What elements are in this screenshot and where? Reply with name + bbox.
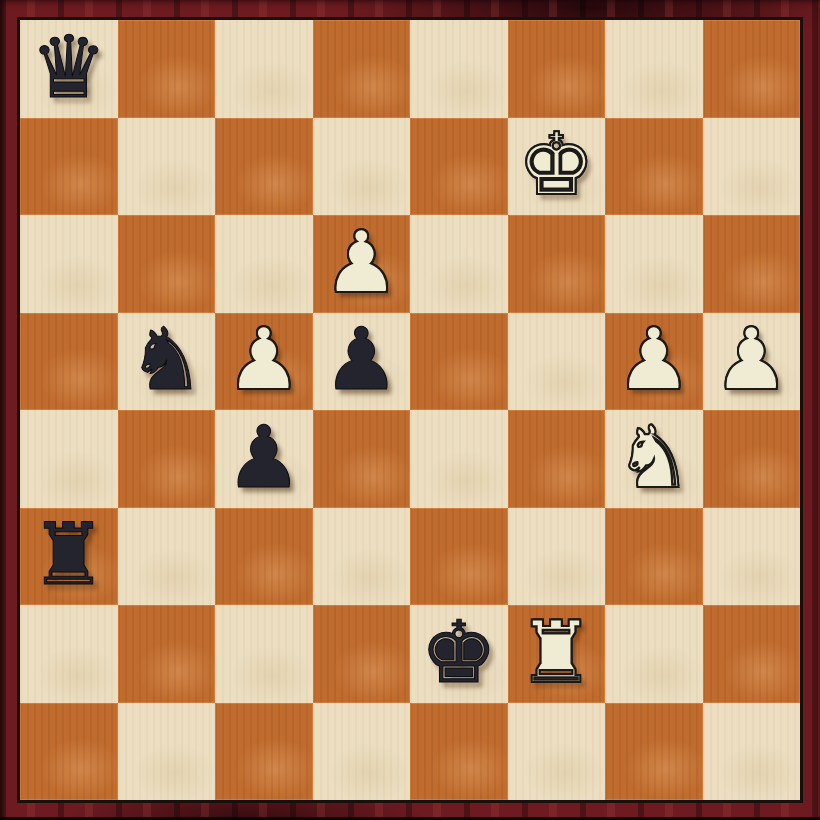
square-d3[interactable] [313,508,411,606]
square-b5[interactable]: ♞ [118,313,216,411]
square-b7[interactable] [118,118,216,216]
square-f5[interactable] [508,313,606,411]
black-rook[interactable]: ♜ [30,511,107,597]
black-queen[interactable]: ♛ [30,24,107,110]
square-e2[interactable]: ♚ [410,605,508,703]
square-e6[interactable] [410,215,508,313]
square-d7[interactable] [313,118,411,216]
black-pawn[interactable]: ♟ [323,316,400,402]
square-g6[interactable] [605,215,703,313]
square-d6[interactable]: ♟ [313,215,411,313]
square-g8[interactable] [605,20,703,118]
square-f7[interactable]: ♚ [508,118,606,216]
square-h8[interactable] [703,20,801,118]
square-a2[interactable] [20,605,118,703]
square-h1[interactable] [703,703,801,801]
square-a1[interactable] [20,703,118,801]
white-king[interactable]: ♚ [518,121,595,207]
square-e5[interactable] [410,313,508,411]
chessboard: ♛♚♟♞♟♟♟♟♟♞♜♚♜ [17,17,803,803]
black-king[interactable]: ♚ [420,609,497,695]
white-pawn[interactable]: ♟ [225,316,302,402]
square-b8[interactable] [118,20,216,118]
square-d8[interactable] [313,20,411,118]
square-h2[interactable] [703,605,801,703]
square-h7[interactable] [703,118,801,216]
square-g2[interactable] [605,605,703,703]
white-knight[interactable]: ♞ [615,414,692,500]
square-b1[interactable] [118,703,216,801]
square-c4[interactable]: ♟ [215,410,313,508]
square-g3[interactable] [605,508,703,606]
square-g5[interactable]: ♟ [605,313,703,411]
square-c2[interactable] [215,605,313,703]
square-c5[interactable]: ♟ [215,313,313,411]
square-h5[interactable]: ♟ [703,313,801,411]
square-e8[interactable] [410,20,508,118]
square-a8[interactable]: ♛ [20,20,118,118]
square-c8[interactable] [215,20,313,118]
square-f2[interactable]: ♜ [508,605,606,703]
square-d1[interactable] [313,703,411,801]
square-b4[interactable] [118,410,216,508]
square-g4[interactable]: ♞ [605,410,703,508]
square-b3[interactable] [118,508,216,606]
square-g1[interactable] [605,703,703,801]
square-c1[interactable] [215,703,313,801]
square-f1[interactable] [508,703,606,801]
white-rook[interactable]: ♜ [518,609,595,695]
square-e3[interactable] [410,508,508,606]
square-h3[interactable] [703,508,801,606]
white-pawn[interactable]: ♟ [615,316,692,402]
square-e1[interactable] [410,703,508,801]
square-d5[interactable]: ♟ [313,313,411,411]
square-f8[interactable] [508,20,606,118]
square-a6[interactable] [20,215,118,313]
square-f3[interactable] [508,508,606,606]
square-d2[interactable] [313,605,411,703]
square-e4[interactable] [410,410,508,508]
square-c3[interactable] [215,508,313,606]
square-c6[interactable] [215,215,313,313]
square-e7[interactable] [410,118,508,216]
square-b2[interactable] [118,605,216,703]
square-d4[interactable] [313,410,411,508]
white-pawn[interactable]: ♟ [713,316,790,402]
square-h4[interactable] [703,410,801,508]
square-b6[interactable] [118,215,216,313]
square-f4[interactable] [508,410,606,508]
square-a7[interactable] [20,118,118,216]
square-a4[interactable] [20,410,118,508]
square-a3[interactable]: ♜ [20,508,118,606]
black-knight[interactable]: ♞ [128,316,205,402]
square-c7[interactable] [215,118,313,216]
board-frame: ♛♚♟♞♟♟♟♟♟♞♜♚♜ [0,0,820,820]
square-f6[interactable] [508,215,606,313]
white-pawn[interactable]: ♟ [323,219,400,305]
square-a5[interactable] [20,313,118,411]
square-g7[interactable] [605,118,703,216]
square-h6[interactable] [703,215,801,313]
black-pawn[interactable]: ♟ [225,414,302,500]
